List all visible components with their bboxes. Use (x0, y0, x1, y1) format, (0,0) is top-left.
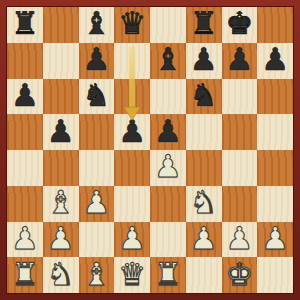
square-g2[interactable]: ♟ (222, 222, 258, 258)
square-a2[interactable]: ♟ (7, 222, 43, 258)
square-h5[interactable] (257, 114, 293, 150)
square-c1[interactable]: ♝ (79, 257, 115, 293)
square-c2[interactable] (79, 222, 115, 258)
square-d3[interactable] (114, 186, 150, 222)
square-e7[interactable]: ♝ (150, 43, 186, 79)
square-f1[interactable] (186, 257, 222, 293)
square-h1[interactable] (257, 257, 293, 293)
square-b7[interactable] (43, 43, 79, 79)
piece-wR-a1[interactable]: ♜ (11, 259, 39, 290)
square-b8[interactable] (43, 7, 79, 43)
square-a5[interactable] (7, 114, 43, 150)
piece-bP-c7[interactable]: ♟ (82, 44, 110, 75)
square-h7[interactable]: ♟ (257, 43, 293, 79)
square-d7[interactable] (114, 43, 150, 79)
piece-wP-g2[interactable]: ♟ (225, 223, 253, 254)
piece-wN-b1[interactable]: ♞ (47, 259, 75, 290)
square-b3[interactable]: ♝ (43, 186, 79, 222)
square-g3[interactable] (222, 186, 258, 222)
square-f7[interactable]: ♟ (186, 43, 222, 79)
square-g5[interactable] (222, 114, 258, 150)
square-f8[interactable]: ♜ (186, 7, 222, 43)
piece-wP-c3[interactable]: ♟ (82, 187, 110, 218)
square-f5[interactable] (186, 114, 222, 150)
piece-wP-a2[interactable]: ♟ (11, 223, 39, 254)
square-f6[interactable]: ♞ (186, 79, 222, 115)
square-d6[interactable] (114, 79, 150, 115)
square-h6[interactable] (257, 79, 293, 115)
square-d1[interactable]: ♛ (114, 257, 150, 293)
square-d4[interactable] (114, 150, 150, 186)
square-g6[interactable] (222, 79, 258, 115)
piece-bB-e7[interactable]: ♝ (154, 44, 182, 75)
square-h8[interactable] (257, 7, 293, 43)
square-a7[interactable] (7, 43, 43, 79)
square-c5[interactable] (79, 114, 115, 150)
piece-wP-f2[interactable]: ♟ (190, 223, 218, 254)
square-e1[interactable]: ♜ (150, 257, 186, 293)
square-c6[interactable]: ♞ (79, 79, 115, 115)
square-c3[interactable]: ♟ (79, 186, 115, 222)
square-c4[interactable] (79, 150, 115, 186)
square-g7[interactable]: ♟ (222, 43, 258, 79)
square-a1[interactable]: ♜ (7, 257, 43, 293)
square-e6[interactable] (150, 79, 186, 115)
piece-bP-g7[interactable]: ♟ (225, 44, 253, 75)
square-a4[interactable] (7, 150, 43, 186)
square-e3[interactable] (150, 186, 186, 222)
square-b4[interactable] (43, 150, 79, 186)
square-b5[interactable]: ♟ (43, 114, 79, 150)
square-g4[interactable] (222, 150, 258, 186)
square-d5[interactable]: ♟ (114, 114, 150, 150)
piece-wP-d2[interactable]: ♟ (118, 223, 146, 254)
piece-wR-e1[interactable]: ♜ (154, 259, 182, 290)
square-c7[interactable]: ♟ (79, 43, 115, 79)
square-c8[interactable]: ♝ (79, 7, 115, 43)
piece-bN-f6[interactable]: ♞ (190, 80, 218, 111)
square-g8[interactable]: ♚ (222, 7, 258, 43)
piece-bP-f7[interactable]: ♟ (190, 44, 218, 75)
piece-wN-f3[interactable]: ♞ (190, 187, 218, 218)
square-d2[interactable]: ♟ (114, 222, 150, 258)
piece-bR-a8[interactable]: ♜ (11, 8, 39, 39)
piece-bQ-d8[interactable]: ♛ (118, 8, 146, 39)
piece-wP-e4[interactable]: ♟ (154, 151, 182, 182)
square-b6[interactable] (43, 79, 79, 115)
piece-wB-b3[interactable]: ♝ (47, 187, 75, 218)
square-e8[interactable] (150, 7, 186, 43)
square-h4[interactable] (257, 150, 293, 186)
square-b2[interactable]: ♟ (43, 222, 79, 258)
square-e4[interactable]: ♟ (150, 150, 186, 186)
piece-bP-b5[interactable]: ♟ (47, 116, 75, 147)
piece-wP-h2[interactable]: ♟ (261, 223, 289, 254)
piece-bP-d5[interactable]: ♟ (118, 116, 146, 147)
square-h2[interactable]: ♟ (257, 222, 293, 258)
piece-bP-h7[interactable]: ♟ (261, 44, 289, 75)
square-d8[interactable]: ♛ (114, 7, 150, 43)
square-g1[interactable]: ♚ (222, 257, 258, 293)
board-frame: ♜♝♛♜♚♟♝♟♟♟♟♞♞♟♟♟♟♝♟♞♟♟♟♟♟♟♜♞♝♛♜♚ (0, 0, 300, 300)
piece-bB-c8[interactable]: ♝ (82, 8, 110, 39)
square-f3[interactable]: ♞ (186, 186, 222, 222)
piece-bP-e5[interactable]: ♟ (154, 116, 182, 147)
piece-wK-g1[interactable]: ♚ (225, 259, 253, 290)
square-a8[interactable]: ♜ (7, 7, 43, 43)
square-e5[interactable]: ♟ (150, 114, 186, 150)
piece-wP-b2[interactable]: ♟ (47, 223, 75, 254)
square-b1[interactable]: ♞ (43, 257, 79, 293)
piece-bR-f8[interactable]: ♜ (190, 8, 218, 39)
piece-wQ-d1[interactable]: ♛ (118, 259, 146, 290)
square-f2[interactable]: ♟ (186, 222, 222, 258)
piece-bN-c6[interactable]: ♞ (82, 80, 110, 111)
square-h3[interactable] (257, 186, 293, 222)
piece-wB-c1[interactable]: ♝ (82, 259, 110, 290)
square-a3[interactable] (7, 186, 43, 222)
piece-bP-a6[interactable]: ♟ (11, 80, 39, 111)
square-f4[interactable] (186, 150, 222, 186)
square-e2[interactable] (150, 222, 186, 258)
piece-bK-g8[interactable]: ♚ (225, 8, 253, 39)
square-a6[interactable]: ♟ (7, 79, 43, 115)
chess-board: ♜♝♛♜♚♟♝♟♟♟♟♞♞♟♟♟♟♝♟♞♟♟♟♟♟♟♜♞♝♛♜♚ (7, 7, 293, 293)
